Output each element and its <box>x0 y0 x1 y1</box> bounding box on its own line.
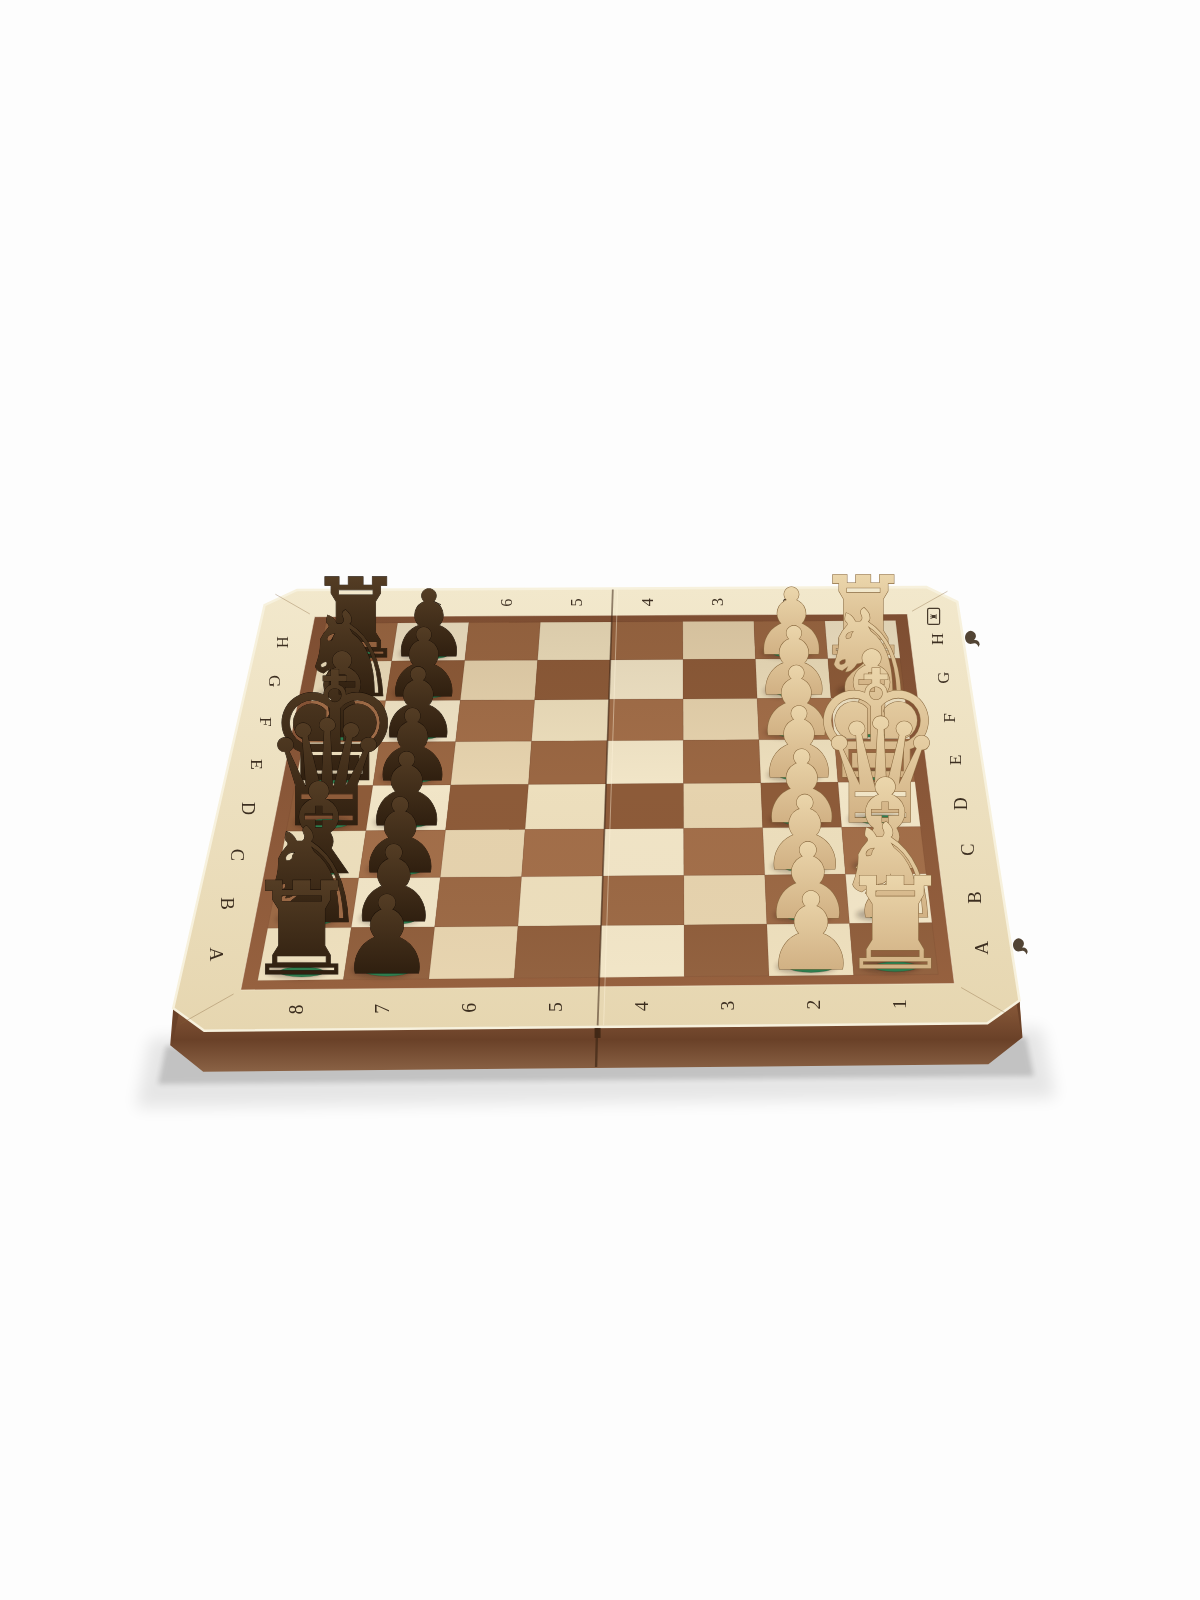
square-h3[interactable] <box>683 621 756 659</box>
coordinate-label-right-E: E <box>945 755 965 766</box>
coordinate-label-bottom-4: 4 <box>630 1001 652 1011</box>
coordinate-label-bottom-7: 7 <box>371 1004 393 1014</box>
square-c4[interactable] <box>603 828 684 876</box>
square-d6[interactable] <box>446 784 529 830</box>
square-b4[interactable] <box>601 876 684 926</box>
square-e3[interactable] <box>683 740 761 784</box>
square-e5[interactable] <box>529 741 608 785</box>
square-f6[interactable] <box>456 700 535 742</box>
product-photo-scene: 8765432187654321HGFEDCBAHGFEDCBA♜♜♟♟♜♞♟♟… <box>0 0 1200 1600</box>
square-e6[interactable] <box>451 741 532 785</box>
square-c5[interactable] <box>522 829 605 877</box>
fold-seam-front <box>596 1028 597 1067</box>
clasp-hook-icon <box>1011 937 1028 958</box>
coordinate-label-right-A: A <box>971 941 992 955</box>
square-a5[interactable] <box>514 926 601 979</box>
square-c3[interactable] <box>684 828 765 876</box>
square-g5[interactable] <box>535 660 611 700</box>
clasp-hook-icon <box>963 629 980 650</box>
square-f4[interactable] <box>608 699 684 741</box>
piece-white-rook[interactable]: ♜ <box>839 850 953 998</box>
square-b6[interactable] <box>435 877 522 927</box>
square-f5[interactable] <box>532 699 609 741</box>
coordinate-label-right-C: C <box>958 843 978 855</box>
coordinate-label-right-D: D <box>951 797 971 810</box>
coordinate-label-bottom-6: 6 <box>458 1003 480 1013</box>
square-h5[interactable] <box>538 622 612 660</box>
square-e4[interactable] <box>606 740 684 784</box>
square-g6[interactable] <box>460 660 537 700</box>
coordinate-label-left-B: B <box>217 897 238 910</box>
square-f3[interactable] <box>683 699 759 741</box>
square-b5[interactable] <box>518 876 603 926</box>
coordinate-label-right-B: B <box>964 891 985 904</box>
square-g3[interactable] <box>683 659 757 699</box>
square-h4[interactable] <box>610 622 683 660</box>
coordinate-label-top-5: 5 <box>568 598 586 606</box>
brand-stamp-rook-icon: ♜ <box>929 612 939 620</box>
square-h6[interactable] <box>465 622 541 660</box>
coordinate-label-top-4: 4 <box>639 598 657 606</box>
coordinate-label-bottom-8: 8 <box>285 1005 307 1015</box>
coordinate-label-bottom-3: 3 <box>716 1000 738 1010</box>
coordinate-label-top-3: 3 <box>709 598 727 606</box>
coordinate-label-bottom-2: 2 <box>802 1000 824 1010</box>
square-c6[interactable] <box>440 830 525 878</box>
square-d5[interactable] <box>525 784 606 830</box>
square-g4[interactable] <box>609 660 683 700</box>
chessboard: 8765432187654321HGFEDCBAHGFEDCBA♜♜♟♟♜♞♟♟… <box>0 0 1200 1600</box>
square-b3[interactable] <box>684 875 767 925</box>
square-d4[interactable] <box>605 783 684 829</box>
coordinate-label-bottom-5: 5 <box>544 1002 566 1012</box>
square-a3[interactable] <box>684 924 769 976</box>
black-pawn-glyph: ♟ <box>339 873 436 998</box>
coordinate-label-top-6: 6 <box>498 599 516 607</box>
square-a6[interactable] <box>429 926 518 979</box>
square-a4[interactable] <box>599 925 684 978</box>
square-d3[interactable] <box>684 783 763 829</box>
white-rook-glyph: ♜ <box>839 850 953 998</box>
coordinate-label-left-A: A <box>206 947 227 961</box>
coordinate-label-bottom-1: 1 <box>888 999 910 1009</box>
piece-black-pawn[interactable]: ♟ <box>339 873 436 998</box>
